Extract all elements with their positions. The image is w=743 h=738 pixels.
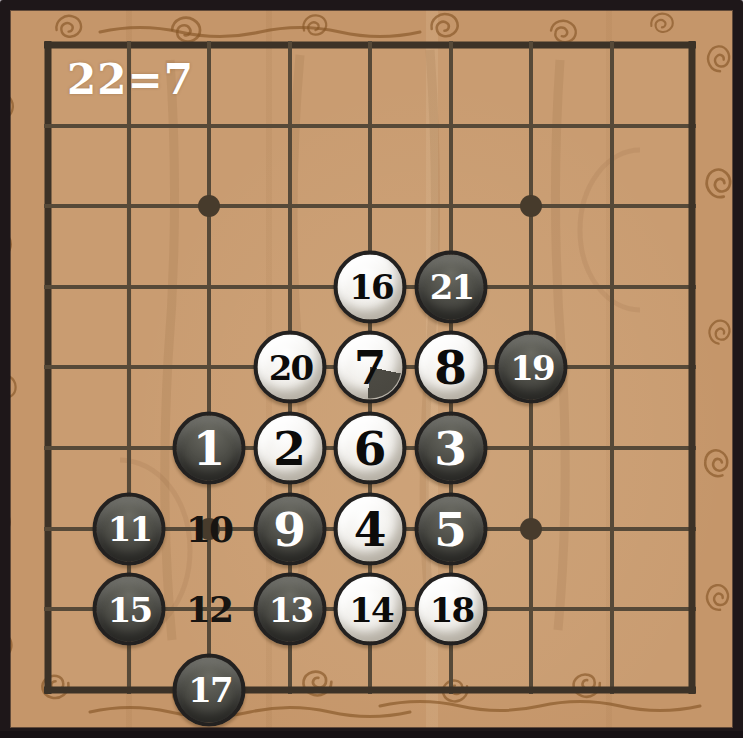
captured-move-number: 10	[186, 511, 232, 547]
stone-black-15: 15	[92, 573, 165, 646]
stone-white-18: 18	[414, 573, 487, 646]
stone-number: 9	[273, 505, 306, 552]
stone-number: 13	[269, 592, 312, 626]
stone-number: 17	[188, 673, 231, 707]
stone-black-13: 13	[253, 573, 326, 646]
stone-black-3: 3	[414, 412, 487, 485]
stone-number: 21	[430, 270, 473, 304]
stone-white-7: 7	[334, 331, 407, 404]
stone-white-20: 20	[253, 331, 326, 404]
stone-white-2: 2	[253, 412, 326, 485]
stone-black-9: 9	[253, 492, 326, 565]
stone-number: 8	[434, 344, 467, 391]
stone-white-14: 14	[334, 573, 407, 646]
stone-white-6: 6	[334, 412, 407, 485]
grid-line-horizontal	[44, 686, 696, 693]
stone-number: 2	[273, 425, 306, 472]
stone-number: 1	[193, 425, 226, 472]
stone-number: 4	[354, 505, 387, 552]
stone-black-1: 1	[173, 412, 246, 485]
grid-line-vertical	[610, 41, 614, 694]
stone-white-4: 4	[334, 492, 407, 565]
stone-number: 19	[510, 350, 553, 384]
stone-number: 15	[108, 592, 151, 626]
stone-black-21: 21	[414, 250, 487, 323]
stone-white-8: 8	[414, 331, 487, 404]
ko-move-legend: 22=7	[67, 55, 194, 104]
stone-number: 18	[430, 592, 473, 626]
stone-number: 5	[434, 505, 467, 552]
stone-black-5: 5	[414, 492, 487, 565]
stone-number: 6	[354, 425, 387, 472]
stone-number: 14	[349, 592, 392, 626]
grid-line-vertical	[689, 41, 696, 694]
star-point	[520, 195, 542, 217]
star-point	[520, 518, 542, 540]
go-app-screen: 101212345678911131415161718192021 22=7	[0, 0, 743, 738]
stone-number: 20	[269, 350, 312, 384]
stone-number: 7	[354, 344, 387, 391]
stone-black-17: 17	[173, 653, 246, 726]
stone-number: 16	[349, 270, 392, 304]
stone-black-11: 11	[92, 492, 165, 565]
star-point	[198, 195, 220, 217]
stone-black-19: 19	[495, 331, 568, 404]
stone-number: 3	[434, 425, 467, 472]
captured-move-number: 12	[186, 591, 232, 627]
stone-number: 11	[108, 512, 151, 546]
stone-white-16: 16	[334, 250, 407, 323]
